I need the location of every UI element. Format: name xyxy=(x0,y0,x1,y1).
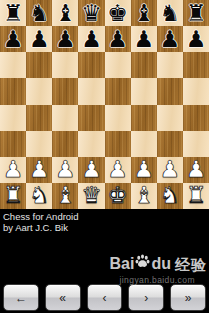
square-c8[interactable]: ♝ xyxy=(52,0,78,26)
black-king: ♚ xyxy=(107,2,128,25)
takeback-button[interactable]: ← xyxy=(3,284,39,311)
square-a3[interactable] xyxy=(0,131,26,157)
square-h4[interactable] xyxy=(183,105,209,131)
square-h8[interactable]: ♜ xyxy=(183,0,209,26)
square-a4[interactable] xyxy=(0,105,26,131)
square-d8[interactable]: ♛ xyxy=(78,0,104,26)
baidu-watermark: Bai du 经验 jingyan.baidu.com xyxy=(110,256,207,285)
white-rook: ♜ xyxy=(3,184,24,207)
square-d5[interactable] xyxy=(78,78,104,104)
black-pawn: ♟ xyxy=(55,28,76,51)
white-bishop: ♝ xyxy=(133,184,154,207)
square-g2[interactable]: ♟ xyxy=(157,157,183,183)
square-d3[interactable] xyxy=(78,131,104,157)
baidu-logo: Bai du 经验 xyxy=(110,256,207,272)
square-d1[interactable]: ♛ xyxy=(78,183,104,209)
white-pawn: ♟ xyxy=(29,158,50,181)
square-d2[interactable]: ♟ xyxy=(78,157,104,183)
square-e2[interactable]: ♟ xyxy=(105,157,131,183)
white-pawn: ♟ xyxy=(133,158,154,181)
square-d7[interactable]: ♟ xyxy=(78,26,104,52)
square-f3[interactable] xyxy=(131,131,157,157)
black-bishop: ♝ xyxy=(133,2,154,25)
go-to-start-button[interactable]: « xyxy=(45,284,81,311)
square-a6[interactable] xyxy=(0,52,26,78)
screen: { "game": "chess", "position": "rnbqkbnr… xyxy=(0,0,209,313)
square-b8[interactable]: ♞ xyxy=(26,0,52,26)
square-a8[interactable]: ♜ xyxy=(0,0,26,26)
black-rook: ♜ xyxy=(3,2,24,25)
white-pawn: ♟ xyxy=(55,158,76,181)
baidu-logo-suffix: du xyxy=(151,256,171,272)
square-e6[interactable] xyxy=(105,52,131,78)
square-c2[interactable]: ♟ xyxy=(52,157,78,183)
navigation-controls: ← « ‹ › » xyxy=(0,284,209,311)
black-pawn: ♟ xyxy=(186,28,207,51)
square-h1[interactable]: ♜ xyxy=(183,183,209,209)
black-pawn: ♟ xyxy=(160,28,181,51)
square-f6[interactable] xyxy=(131,52,157,78)
square-e7[interactable]: ♟ xyxy=(105,26,131,52)
square-c3[interactable] xyxy=(52,131,78,157)
white-pawn: ♟ xyxy=(107,158,128,181)
square-a1[interactable]: ♜ xyxy=(0,183,26,209)
square-f7[interactable]: ♟ xyxy=(131,26,157,52)
square-e5[interactable] xyxy=(105,78,131,104)
square-b2[interactable]: ♟ xyxy=(26,157,52,183)
square-h3[interactable] xyxy=(183,131,209,157)
baidu-paw-icon xyxy=(135,254,150,269)
black-pawn: ♟ xyxy=(133,28,154,51)
step-back-button[interactable]: ‹ xyxy=(87,284,123,311)
square-c4[interactable] xyxy=(52,105,78,131)
square-b5[interactable] xyxy=(26,78,52,104)
square-g6[interactable] xyxy=(157,52,183,78)
white-pawn: ♟ xyxy=(160,158,181,181)
white-bishop: ♝ xyxy=(55,184,76,207)
black-queen: ♛ xyxy=(81,2,102,25)
square-e3[interactable] xyxy=(105,131,131,157)
square-g5[interactable] xyxy=(157,78,183,104)
baidu-jingyan-label: 经验 xyxy=(175,257,207,272)
square-b4[interactable] xyxy=(26,105,52,131)
square-f4[interactable] xyxy=(131,105,157,131)
baidu-logo-prefix: Bai xyxy=(110,256,135,272)
white-pawn: ♟ xyxy=(3,158,24,181)
square-g8[interactable]: ♞ xyxy=(157,0,183,26)
black-pawn: ♟ xyxy=(3,28,24,51)
square-b3[interactable] xyxy=(26,131,52,157)
black-rook: ♜ xyxy=(186,2,207,25)
black-pawn: ♟ xyxy=(81,28,102,51)
app-title: Chess for Android xyxy=(3,212,79,223)
square-f8[interactable]: ♝ xyxy=(131,0,157,26)
white-queen: ♛ xyxy=(81,184,102,207)
square-h7[interactable]: ♟ xyxy=(183,26,209,52)
black-bishop: ♝ xyxy=(55,2,76,25)
square-a7[interactable]: ♟ xyxy=(0,26,26,52)
square-b6[interactable] xyxy=(26,52,52,78)
square-f2[interactable]: ♟ xyxy=(131,157,157,183)
square-g4[interactable] xyxy=(157,105,183,131)
white-knight: ♞ xyxy=(160,184,181,207)
app-info: Chess for Android by Aart J.C. Bik xyxy=(3,212,79,233)
step-forward-button[interactable]: › xyxy=(128,284,164,311)
square-d4[interactable] xyxy=(78,105,104,131)
white-knight: ♞ xyxy=(29,184,50,207)
square-c1[interactable]: ♝ xyxy=(52,183,78,209)
black-knight: ♞ xyxy=(29,2,50,25)
square-b1[interactable]: ♞ xyxy=(26,183,52,209)
chess-board: ♜♞♝♛♚♝♞♜♟♟♟♟♟♟♟♟♟♟♟♟♟♟♟♟♜♞♝♛♚♝♞♜ xyxy=(0,0,209,209)
go-to-end-button[interactable]: » xyxy=(170,284,206,311)
square-c6[interactable] xyxy=(52,52,78,78)
square-b7[interactable]: ♟ xyxy=(26,26,52,52)
square-c7[interactable]: ♟ xyxy=(52,26,78,52)
square-h5[interactable] xyxy=(183,78,209,104)
black-pawn: ♟ xyxy=(29,28,50,51)
square-g1[interactable]: ♞ xyxy=(157,183,183,209)
square-a5[interactable] xyxy=(0,78,26,104)
black-pawn: ♟ xyxy=(107,28,128,51)
white-king: ♚ xyxy=(107,184,128,207)
square-g3[interactable] xyxy=(157,131,183,157)
white-pawn: ♟ xyxy=(186,158,207,181)
square-e1[interactable]: ♚ xyxy=(105,183,131,209)
square-a2[interactable]: ♟ xyxy=(0,157,26,183)
square-e8[interactable]: ♚ xyxy=(105,0,131,26)
white-rook: ♜ xyxy=(186,184,207,207)
black-knight: ♞ xyxy=(160,2,181,25)
square-f5[interactable] xyxy=(131,78,157,104)
app-byline: by Aart J.C. Bik xyxy=(3,223,79,234)
square-g7[interactable]: ♟ xyxy=(157,26,183,52)
square-d6[interactable] xyxy=(78,52,104,78)
square-h6[interactable] xyxy=(183,52,209,78)
square-f1[interactable]: ♝ xyxy=(131,183,157,209)
square-e4[interactable] xyxy=(105,105,131,131)
white-pawn: ♟ xyxy=(81,158,102,181)
square-c5[interactable] xyxy=(52,78,78,104)
square-h2[interactable]: ♟ xyxy=(183,157,209,183)
